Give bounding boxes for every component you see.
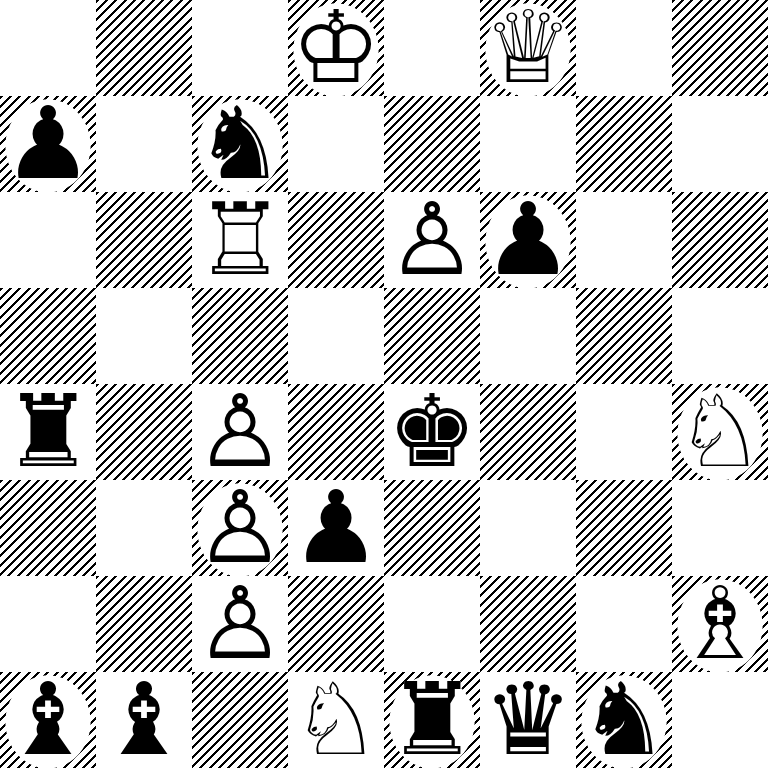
square-h5[interactable] <box>672 288 768 384</box>
square-c8[interactable] <box>192 0 288 96</box>
white-queen-fill: ♛ <box>480 0 576 96</box>
square-f6[interactable]: ♟♟ <box>480 192 576 288</box>
square-a1[interactable]: ♝♝ <box>0 672 96 768</box>
square-h6[interactable] <box>672 192 768 288</box>
black-king: ♚ <box>384 384 480 480</box>
black-queen: ♛ <box>480 672 576 768</box>
square-a7[interactable]: ♟♟ <box>0 96 96 192</box>
square-d1[interactable]: ♞♘ <box>288 672 384 768</box>
square-c5[interactable] <box>192 288 288 384</box>
square-b7[interactable] <box>96 96 192 192</box>
white-pawn: ♙ <box>192 576 288 672</box>
square-g2[interactable] <box>576 576 672 672</box>
square-f1[interactable]: ♛♛ <box>480 672 576 768</box>
white-knight-fill: ♞ <box>672 384 768 480</box>
square-f5[interactable] <box>480 288 576 384</box>
square-b3[interactable] <box>96 480 192 576</box>
square-f8[interactable]: ♛♕ <box>480 0 576 96</box>
chess-board: ♚♔♛♕♟♟♞♞♜♖♟♙♟♟♜♜♟♙♚♚♞♘♟♙♟♟♟♙♝♗♝♝♝♝♞♘♜♜♛♛… <box>0 0 768 768</box>
black-pawn: ♟ <box>480 192 576 288</box>
square-g5[interactable] <box>576 288 672 384</box>
square-d2[interactable] <box>288 576 384 672</box>
white-pawn: ♙ <box>192 384 288 480</box>
square-f2[interactable] <box>480 576 576 672</box>
square-e3[interactable] <box>384 480 480 576</box>
square-h4[interactable]: ♞♘ <box>672 384 768 480</box>
white-bishop: ♗ <box>672 576 768 672</box>
white-pawn-fill: ♟ <box>192 480 288 576</box>
square-e6[interactable]: ♟♙ <box>384 192 480 288</box>
black-queen-fill: ♛ <box>480 672 576 768</box>
white-rook-fill: ♜ <box>192 192 288 288</box>
black-pawn: ♟ <box>0 96 96 192</box>
square-e8[interactable] <box>384 0 480 96</box>
square-e5[interactable] <box>384 288 480 384</box>
square-d7[interactable] <box>288 96 384 192</box>
square-b6[interactable] <box>96 192 192 288</box>
square-a3[interactable] <box>0 480 96 576</box>
white-pawn: ♙ <box>192 480 288 576</box>
square-b1[interactable]: ♝♝ <box>96 672 192 768</box>
square-g3[interactable] <box>576 480 672 576</box>
square-h3[interactable] <box>672 480 768 576</box>
black-bishop: ♝ <box>0 672 96 768</box>
square-g7[interactable] <box>576 96 672 192</box>
square-e7[interactable] <box>384 96 480 192</box>
black-pawn-fill: ♟ <box>0 96 96 192</box>
white-queen: ♕ <box>480 0 576 96</box>
square-d5[interactable] <box>288 288 384 384</box>
square-c2[interactable]: ♟♙ <box>192 576 288 672</box>
black-rook: ♜ <box>384 672 480 768</box>
square-g1[interactable]: ♞♞ <box>576 672 672 768</box>
black-knight: ♞ <box>192 96 288 192</box>
square-a2[interactable] <box>0 576 96 672</box>
white-rook: ♖ <box>192 192 288 288</box>
square-d6[interactable] <box>288 192 384 288</box>
square-c4[interactable]: ♟♙ <box>192 384 288 480</box>
black-rook-fill: ♜ <box>384 672 480 768</box>
square-c6[interactable]: ♜♖ <box>192 192 288 288</box>
square-a5[interactable] <box>0 288 96 384</box>
white-pawn-fill: ♟ <box>192 576 288 672</box>
square-g6[interactable] <box>576 192 672 288</box>
square-e4[interactable]: ♚♚ <box>384 384 480 480</box>
square-a4[interactable]: ♜♜ <box>0 384 96 480</box>
square-h8[interactable] <box>672 0 768 96</box>
black-king-fill: ♚ <box>384 384 480 480</box>
black-bishop-fill: ♝ <box>96 672 192 768</box>
square-f7[interactable] <box>480 96 576 192</box>
square-c3[interactable]: ♟♙ <box>192 480 288 576</box>
square-h2[interactable]: ♝♗ <box>672 576 768 672</box>
white-knight-fill: ♞ <box>288 672 384 768</box>
white-king: ♔ <box>288 0 384 96</box>
black-knight: ♞ <box>576 672 672 768</box>
square-h7[interactable] <box>672 96 768 192</box>
black-knight-fill: ♞ <box>192 96 288 192</box>
white-knight: ♘ <box>288 672 384 768</box>
white-pawn-fill: ♟ <box>192 384 288 480</box>
white-bishop-fill: ♝ <box>672 576 768 672</box>
square-b8[interactable] <box>96 0 192 96</box>
square-c1[interactable] <box>192 672 288 768</box>
square-b2[interactable] <box>96 576 192 672</box>
square-d4[interactable] <box>288 384 384 480</box>
square-f3[interactable] <box>480 480 576 576</box>
white-king-fill: ♚ <box>288 0 384 96</box>
black-pawn-fill: ♟ <box>480 192 576 288</box>
square-d3[interactable]: ♟♟ <box>288 480 384 576</box>
square-e2[interactable] <box>384 576 480 672</box>
white-knight: ♘ <box>672 384 768 480</box>
square-g4[interactable] <box>576 384 672 480</box>
square-d8[interactable]: ♚♔ <box>288 0 384 96</box>
black-rook: ♜ <box>0 384 96 480</box>
white-pawn-fill: ♟ <box>384 192 480 288</box>
black-bishop: ♝ <box>96 672 192 768</box>
square-f4[interactable] <box>480 384 576 480</box>
square-b4[interactable] <box>96 384 192 480</box>
black-pawn-fill: ♟ <box>288 480 384 576</box>
square-c7[interactable]: ♞♞ <box>192 96 288 192</box>
square-a6[interactable] <box>0 192 96 288</box>
black-knight-fill: ♞ <box>576 672 672 768</box>
square-g8[interactable] <box>576 0 672 96</box>
square-h1[interactable] <box>672 672 768 768</box>
black-pawn: ♟ <box>288 480 384 576</box>
square-e1[interactable]: ♜♜ <box>384 672 480 768</box>
square-b5[interactable] <box>96 288 192 384</box>
black-bishop-fill: ♝ <box>0 672 96 768</box>
black-rook-fill: ♜ <box>0 384 96 480</box>
white-pawn: ♙ <box>384 192 480 288</box>
square-a8[interactable] <box>0 0 96 96</box>
